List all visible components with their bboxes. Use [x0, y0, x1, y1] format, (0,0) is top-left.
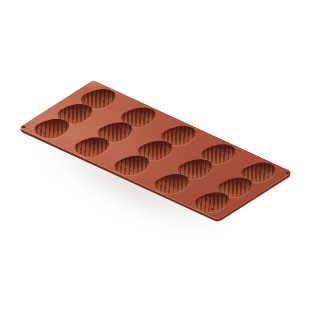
hanging-hole-right [284, 172, 290, 175]
hanging-hole-left [21, 126, 27, 129]
product-photo [0, 0, 320, 320]
